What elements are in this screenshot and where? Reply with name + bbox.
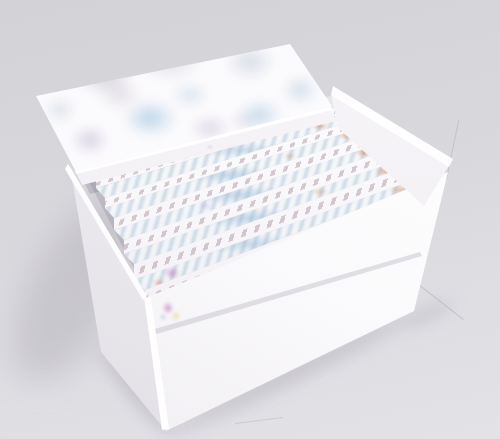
photo-canvas bbox=[0, 0, 500, 439]
